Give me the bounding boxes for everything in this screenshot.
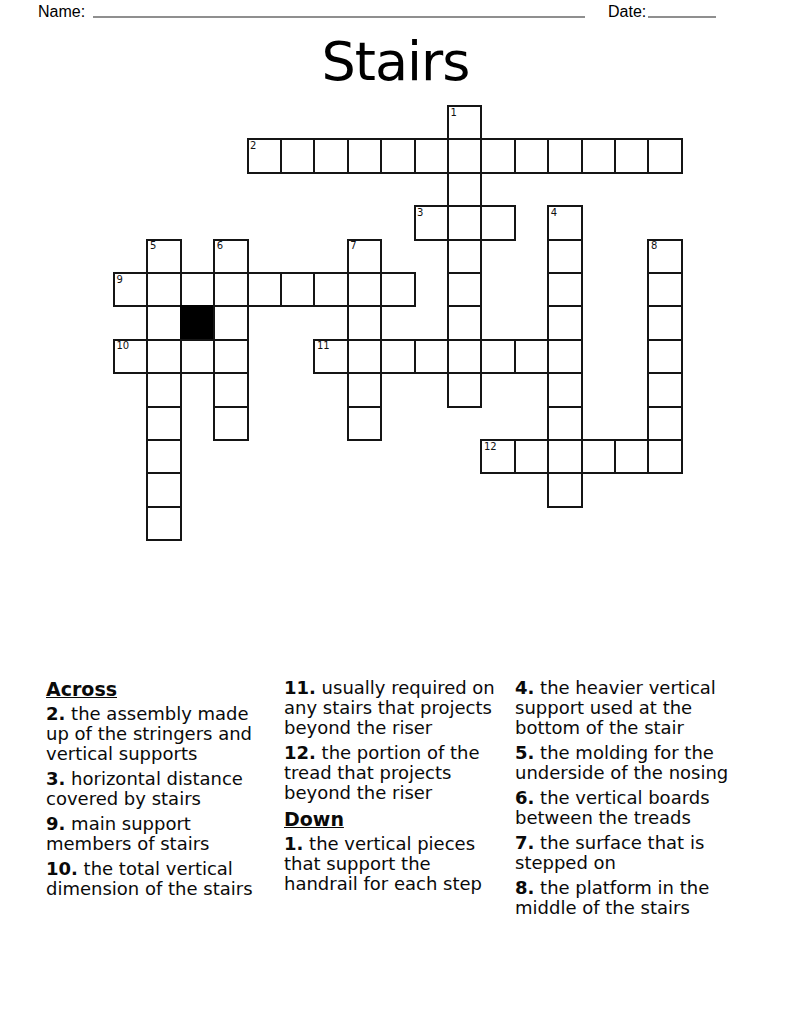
grid-cell[interactable] [146, 339, 181, 374]
grid-cell[interactable] [180, 339, 215, 374]
grid-cell[interactable] [480, 138, 515, 173]
clue-number: 2 [250, 141, 256, 151]
grid-cell[interactable] [347, 406, 382, 441]
grid-cell[interactable] [514, 138, 549, 173]
clue-number: 9 [117, 275, 123, 285]
clue-text: usually required on any stairs that proj… [284, 677, 495, 738]
grid-cell[interactable] [647, 406, 682, 441]
clue-number: 12 [484, 442, 497, 452]
grid-cell[interactable] [213, 372, 248, 407]
grid-cell[interactable] [146, 305, 181, 340]
clue-number-label: 7. [515, 832, 534, 853]
clue-text: the molding for the underside of the nos… [515, 742, 728, 783]
grid-cell[interactable] [347, 138, 382, 173]
grid-cell[interactable] [647, 138, 682, 173]
grid-cell[interactable] [146, 372, 181, 407]
clue-number: 7 [350, 241, 356, 251]
clue-number: 8 [651, 241, 657, 251]
clue-text: the vertical boards between the treads [515, 787, 710, 828]
clue-text: the heavier vertical support used at the… [515, 677, 716, 738]
clue-number: 11 [317, 341, 330, 351]
grid-cell[interactable] [581, 138, 616, 173]
down-heading: Down [284, 808, 510, 830]
grid-cell[interactable] [447, 305, 482, 340]
date-blank-line[interactable] [648, 2, 716, 18]
grid-cell[interactable] [547, 339, 582, 374]
clue-text: main support members of stairs [46, 813, 209, 854]
grid-cell[interactable] [414, 339, 449, 374]
grid-cell[interactable] [614, 138, 649, 173]
grid-cell[interactable] [380, 339, 415, 374]
grid-cell[interactable] [213, 406, 248, 441]
clue-3: 3. horizontal distance covered by stairs [46, 769, 254, 809]
grid-cell[interactable] [146, 272, 181, 307]
black-cell [180, 305, 215, 340]
grid-cell[interactable] [647, 339, 682, 374]
grid-cell[interactable] [447, 339, 482, 374]
clue-12: 12. the portion of the tread that projec… [284, 743, 510, 803]
grid-cell[interactable] [447, 172, 482, 207]
clue-number: 10 [117, 341, 130, 351]
clue-text: horizontal distance covered by stairs [46, 768, 243, 809]
clue-number-label: 10. [46, 858, 78, 879]
grid-cell[interactable] [146, 406, 181, 441]
clues-column-middle: 11. usually required on any stairs that … [284, 678, 510, 899]
clue-number-label: 3. [46, 768, 65, 789]
grid-cell[interactable] [614, 439, 649, 474]
grid-cell[interactable] [313, 272, 348, 307]
clue-10: 10. the total vertical dimension of the … [46, 859, 254, 899]
clue-7: 7. the surface that is stepped on [515, 833, 743, 873]
grid-cell[interactable] [547, 472, 582, 507]
clue-6: 6. the vertical boards between the tread… [515, 788, 743, 828]
clue-number-label: 11. [284, 677, 316, 698]
clues-column-across: Across2. the assembly made up of the str… [46, 678, 254, 904]
clue-9: 9. main support members of stairs [46, 814, 254, 854]
grid-cell[interactable] [547, 372, 582, 407]
across-heading: Across [46, 678, 254, 700]
clue-text: the assembly made up of the stringers an… [46, 703, 252, 764]
grid-cell[interactable] [547, 439, 582, 474]
clue-number-label: 9. [46, 813, 65, 834]
grid-cell[interactable] [347, 372, 382, 407]
grid-cell[interactable] [447, 272, 482, 307]
clue-number-label: 1. [284, 833, 303, 854]
clue-number: 3 [417, 208, 423, 218]
grid-cell[interactable] [547, 138, 582, 173]
clue-number-label: 8. [515, 877, 534, 898]
grid-cell[interactable] [146, 506, 181, 541]
grid-cell[interactable] [480, 205, 515, 240]
clue-5: 5. the molding for the underside of the … [515, 743, 743, 783]
grid-cell[interactable] [447, 138, 482, 173]
grid-cell[interactable] [347, 272, 382, 307]
grid-cell[interactable] [414, 138, 449, 173]
clue-text: the vertical pieces that support the han… [284, 833, 482, 894]
grid-cell[interactable] [146, 472, 181, 507]
grid-cell[interactable] [213, 339, 248, 374]
grid-cell[interactable] [247, 272, 282, 307]
date-label: Date: [608, 3, 646, 21]
grid-cell[interactable] [146, 439, 181, 474]
grid-cell[interactable] [447, 205, 482, 240]
grid-cell[interactable] [581, 439, 616, 474]
grid-cell[interactable] [447, 239, 482, 274]
grid-cell[interactable] [480, 339, 515, 374]
grid-cell[interactable] [313, 138, 348, 173]
grid-cell[interactable] [547, 239, 582, 274]
clue-number-label: 2. [46, 703, 65, 724]
clue-2: 2. the assembly made up of the stringers… [46, 704, 254, 764]
grid-cell[interactable] [380, 272, 415, 307]
clue-text: the total vertical dimension of the stai… [46, 858, 253, 899]
clues-column-down: 4. the heavier vertical support used at … [515, 678, 743, 923]
clue-text: the platform in the middle of the stairs [515, 877, 709, 918]
clue-number-label: 5. [515, 742, 534, 763]
clue-number-label: 12. [284, 742, 316, 763]
grid-cell[interactable] [647, 372, 682, 407]
grid-cell[interactable] [547, 272, 582, 307]
clue-number: 5 [150, 241, 156, 251]
grid-cell[interactable] [647, 272, 682, 307]
clue-1: 1. the vertical pieces that support the … [284, 834, 510, 894]
grid-cell[interactable] [514, 439, 549, 474]
grid-cell[interactable] [547, 305, 582, 340]
grid-cell[interactable] [647, 305, 682, 340]
name-blank-line[interactable] [93, 2, 585, 18]
grid-cell[interactable] [347, 339, 382, 374]
crossword-worksheet-page: Name: Date: Stairs 123456789101112 Acros… [0, 0, 791, 1024]
clue-number-label: 4. [515, 677, 534, 698]
grid-cell[interactable] [213, 305, 248, 340]
name-label: Name: [38, 3, 85, 21]
clue-number: 4 [551, 208, 557, 218]
clue-11: 11. usually required on any stairs that … [284, 678, 510, 738]
clue-number: 1 [451, 108, 457, 118]
grid-cell[interactable] [213, 272, 248, 307]
grid-cell[interactable] [514, 339, 549, 374]
clue-8: 8. the platform in the middle of the sta… [515, 878, 743, 918]
clue-number: 6 [217, 241, 223, 251]
grid-cell[interactable] [547, 406, 582, 441]
grid-cell[interactable] [347, 305, 382, 340]
grid-cell[interactable] [280, 138, 315, 173]
clue-text: the surface that is stepped on [515, 832, 704, 873]
clue-4: 4. the heavier vertical support used at … [515, 678, 743, 738]
grid-cell[interactable] [447, 372, 482, 407]
page-title: Stairs [0, 34, 791, 90]
clue-number-label: 6. [515, 787, 534, 808]
grid-cell[interactable] [647, 439, 682, 474]
crossword-grid: 123456789101112 [113, 105, 683, 542]
grid-cell[interactable] [180, 272, 215, 307]
grid-cell[interactable] [380, 138, 415, 173]
grid-cell[interactable] [280, 272, 315, 307]
